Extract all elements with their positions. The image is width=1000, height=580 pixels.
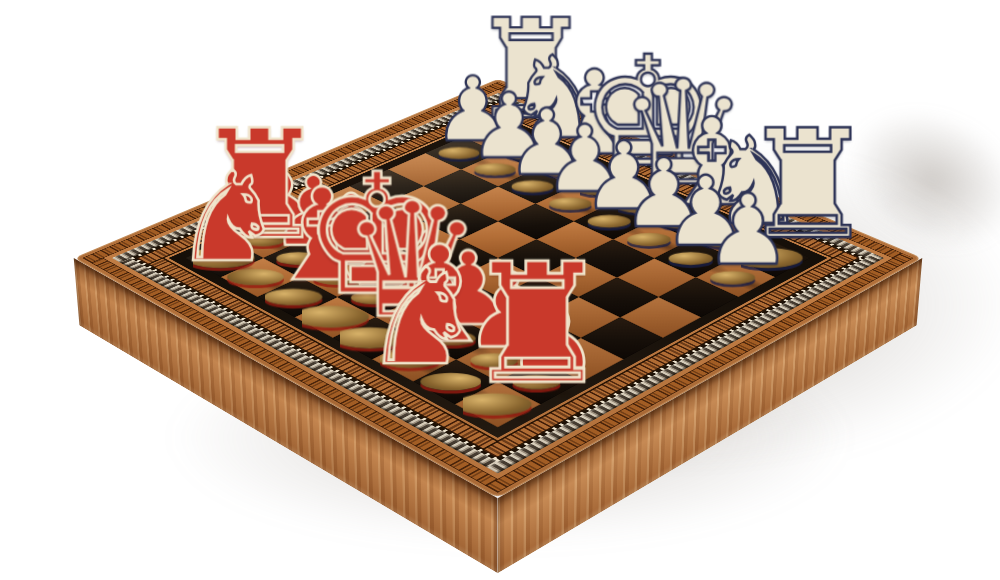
red-rook-glyph: ♜	[463, 241, 524, 407]
product-photo-scene: ♜♞♝♚♛♝♞♜♟♟♟♟♟♟♟♟♟♟♟♟♟♟♟♟♜♞♝♚♛♝♞♜	[0, 0, 1000, 580]
photo-viewport: ♜♞♝♚♛♝♞♜♟♟♟♟♟♟♟♟♟♟♟♟♟♟♟♟♜♞♝♚♛♝♞♜	[0, 0, 1000, 580]
blue-pawn-glyph: ♟	[704, 182, 760, 279]
chess-case: ♜♞♝♚♛♝♞♜♟♟♟♟♟♟♟♟♟♟♟♟♟♟♟♟♜♞♝♚♛♝♞♜	[74, 79, 923, 499]
